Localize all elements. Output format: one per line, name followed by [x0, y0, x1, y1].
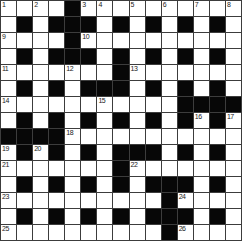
white-cell[interactable]: 18 — [65, 129, 80, 144]
white-cell[interactable]: 15 — [97, 97, 112, 112]
black-cell — [162, 177, 177, 192]
white-cell[interactable] — [33, 113, 48, 128]
black-cell — [17, 49, 32, 64]
white-cell[interactable] — [146, 65, 161, 80]
white-cell[interactable] — [81, 225, 96, 240]
white-cell[interactable] — [17, 97, 32, 112]
white-cell[interactable]: 24 — [178, 193, 193, 208]
white-cell[interactable] — [49, 225, 64, 240]
white-cell[interactable] — [97, 113, 112, 128]
clue-number: 2 — [34, 1, 37, 9]
white-cell[interactable] — [194, 193, 209, 208]
crossword-grid: 1234567891011121314151617181920212223242… — [0, 0, 242, 241]
black-cell — [130, 145, 145, 160]
black-cell — [146, 209, 161, 224]
white-cell[interactable] — [178, 161, 193, 176]
white-cell[interactable] — [81, 129, 96, 144]
white-cell[interactable] — [130, 193, 145, 208]
white-cell[interactable] — [97, 33, 112, 48]
white-cell[interactable] — [194, 33, 209, 48]
black-cell — [49, 129, 64, 144]
white-cell[interactable] — [130, 49, 145, 64]
white-cell[interactable]: 17 — [226, 113, 241, 128]
white-cell[interactable]: 11 — [1, 65, 16, 80]
white-cell[interactable] — [178, 1, 193, 16]
white-cell[interactable] — [33, 81, 48, 96]
white-cell[interactable] — [130, 129, 145, 144]
white-cell[interactable] — [49, 97, 64, 112]
black-cell — [17, 209, 32, 224]
white-cell[interactable] — [162, 129, 177, 144]
white-cell[interactable] — [146, 193, 161, 208]
white-cell[interactable] — [17, 65, 32, 80]
black-cell — [65, 33, 80, 48]
white-cell[interactable] — [226, 209, 241, 224]
white-cell[interactable] — [1, 81, 16, 96]
black-cell — [146, 81, 161, 96]
white-cell[interactable] — [17, 225, 32, 240]
white-cell[interactable] — [210, 193, 225, 208]
clue-number: 14 — [2, 97, 9, 105]
black-cell — [81, 113, 96, 128]
white-cell[interactable]: 23 — [1, 193, 16, 208]
white-cell[interactable] — [97, 49, 112, 64]
black-cell — [17, 81, 32, 96]
black-cell — [178, 81, 193, 96]
white-cell[interactable] — [194, 17, 209, 32]
white-cell[interactable] — [17, 193, 32, 208]
white-cell[interactable] — [210, 225, 225, 240]
white-cell[interactable] — [130, 17, 145, 32]
white-cell[interactable] — [65, 193, 80, 208]
white-cell[interactable] — [130, 113, 145, 128]
white-cell[interactable] — [33, 65, 48, 80]
white-cell[interactable] — [146, 225, 161, 240]
black-cell — [65, 1, 80, 16]
clue-number: 22 — [131, 161, 138, 169]
black-cell — [146, 145, 161, 160]
white-cell[interactable] — [113, 225, 128, 240]
clue-number: 18 — [66, 129, 73, 137]
black-cell — [113, 17, 128, 32]
white-cell[interactable] — [17, 161, 32, 176]
white-cell[interactable] — [97, 161, 112, 176]
black-cell — [210, 49, 225, 64]
black-cell — [113, 81, 128, 96]
white-cell[interactable] — [194, 145, 209, 160]
white-cell[interactable]: 12 — [65, 65, 80, 80]
clue-number: 1 — [2, 1, 5, 9]
white-cell[interactable] — [49, 65, 64, 80]
white-cell[interactable] — [226, 17, 241, 32]
white-cell[interactable] — [226, 129, 241, 144]
white-cell[interactable] — [49, 193, 64, 208]
white-cell[interactable] — [113, 129, 128, 144]
white-cell[interactable] — [130, 33, 145, 48]
clue-number: 8 — [227, 1, 230, 9]
clue-number: 26 — [179, 225, 186, 233]
black-cell — [146, 49, 161, 64]
black-cell — [226, 97, 241, 112]
clue-number: 17 — [227, 113, 234, 121]
white-cell[interactable] — [226, 161, 241, 176]
black-cell — [113, 209, 128, 224]
white-cell[interactable] — [81, 161, 96, 176]
white-cell[interactable] — [65, 113, 80, 128]
black-cell — [210, 17, 225, 32]
white-cell[interactable]: 8 — [226, 1, 241, 16]
black-cell — [178, 177, 193, 192]
white-cell[interactable] — [113, 193, 128, 208]
white-cell[interactable] — [49, 1, 64, 16]
black-cell — [194, 97, 209, 112]
white-cell[interactable]: 3 — [81, 1, 96, 16]
black-cell — [81, 81, 96, 96]
black-cell — [17, 17, 32, 32]
white-cell[interactable] — [65, 97, 80, 112]
white-cell[interactable] — [146, 161, 161, 176]
white-cell[interactable] — [130, 225, 145, 240]
white-cell[interactable] — [194, 65, 209, 80]
black-cell — [210, 177, 225, 192]
white-cell[interactable] — [210, 161, 225, 176]
white-cell[interactable] — [178, 33, 193, 48]
white-cell[interactable] — [210, 129, 225, 144]
clue-number: 6 — [163, 1, 166, 9]
white-cell[interactable] — [97, 177, 112, 192]
black-cell — [49, 177, 64, 192]
clue-number: 25 — [2, 225, 9, 233]
white-cell[interactable] — [65, 177, 80, 192]
white-cell[interactable]: 19 — [1, 145, 16, 160]
white-cell[interactable] — [130, 177, 145, 192]
clue-number: 11 — [2, 65, 8, 73]
white-cell[interactable]: 9 — [1, 33, 16, 48]
white-cell[interactable]: 10 — [81, 33, 96, 48]
white-cell[interactable] — [113, 97, 128, 112]
white-cell[interactable] — [97, 193, 112, 208]
white-cell[interactable] — [210, 1, 225, 16]
white-cell[interactable] — [194, 129, 209, 144]
black-cell — [49, 17, 64, 32]
white-cell[interactable] — [210, 33, 225, 48]
white-cell[interactable] — [33, 161, 48, 176]
black-cell — [97, 81, 112, 96]
black-cell — [65, 49, 80, 64]
white-cell[interactable] — [33, 193, 48, 208]
clue-number: 16 — [195, 113, 202, 121]
white-cell[interactable] — [194, 209, 209, 224]
clue-number: 7 — [195, 1, 198, 9]
white-cell[interactable] — [97, 65, 112, 80]
black-cell — [178, 17, 193, 32]
white-cell[interactable] — [1, 177, 16, 192]
white-cell[interactable] — [33, 49, 48, 64]
clue-number: 9 — [2, 33, 5, 41]
white-cell[interactable]: 7 — [194, 1, 209, 16]
white-cell[interactable] — [65, 209, 80, 224]
white-cell[interactable] — [162, 65, 177, 80]
clue-number: 4 — [98, 1, 101, 9]
white-cell[interactable] — [33, 225, 48, 240]
white-cell[interactable] — [33, 177, 48, 192]
white-cell[interactable] — [113, 33, 128, 48]
white-cell[interactable] — [194, 177, 209, 192]
white-cell[interactable] — [194, 81, 209, 96]
white-cell[interactable]: 16 — [194, 113, 209, 128]
white-cell[interactable] — [33, 17, 48, 32]
white-cell[interactable] — [81, 193, 96, 208]
white-cell[interactable] — [81, 65, 96, 80]
clue-number: 5 — [131, 1, 134, 9]
white-cell[interactable] — [178, 129, 193, 144]
white-cell[interactable] — [17, 1, 32, 16]
white-cell[interactable] — [178, 65, 193, 80]
black-cell — [81, 49, 96, 64]
white-cell[interactable] — [130, 97, 145, 112]
black-cell — [146, 113, 161, 128]
white-cell[interactable] — [130, 209, 145, 224]
white-cell[interactable] — [194, 49, 209, 64]
clue-number: 15 — [98, 97, 105, 105]
white-cell[interactable] — [65, 161, 80, 176]
black-cell — [113, 49, 128, 64]
white-cell[interactable] — [33, 33, 48, 48]
white-cell[interactable]: 26 — [178, 225, 193, 240]
black-cell — [113, 113, 128, 128]
black-cell — [81, 145, 96, 160]
black-cell — [178, 49, 193, 64]
black-cell — [49, 145, 64, 160]
black-cell — [178, 97, 193, 112]
white-cell[interactable] — [33, 209, 48, 224]
black-cell — [178, 113, 193, 128]
white-cell[interactable] — [49, 161, 64, 176]
white-cell[interactable] — [226, 193, 241, 208]
black-cell — [17, 145, 32, 160]
white-cell[interactable] — [162, 145, 177, 160]
white-cell[interactable] — [1, 209, 16, 224]
black-cell — [81, 177, 96, 192]
black-cell — [162, 193, 177, 208]
black-cell — [146, 177, 161, 192]
white-cell[interactable]: 25 — [1, 225, 16, 240]
white-cell[interactable] — [226, 145, 241, 160]
black-cell — [210, 113, 225, 128]
white-cell[interactable] — [97, 209, 112, 224]
black-cell — [146, 17, 161, 32]
white-cell[interactable] — [1, 113, 16, 128]
white-cell[interactable] — [226, 49, 241, 64]
black-cell — [113, 145, 128, 160]
white-cell[interactable] — [17, 33, 32, 48]
white-cell[interactable] — [162, 81, 177, 96]
black-cell — [65, 17, 80, 32]
clue-number: 23 — [2, 193, 9, 201]
white-cell[interactable] — [146, 1, 161, 16]
clue-number: 12 — [66, 65, 73, 73]
white-cell[interactable] — [65, 81, 80, 96]
white-cell[interactable]: 13 — [130, 65, 145, 80]
white-cell[interactable] — [81, 97, 96, 112]
black-cell — [49, 113, 64, 128]
white-cell[interactable]: 5 — [130, 1, 145, 16]
white-cell[interactable] — [49, 33, 64, 48]
white-cell[interactable]: 22 — [130, 161, 145, 176]
black-cell — [210, 145, 225, 160]
white-cell[interactable] — [226, 177, 241, 192]
black-cell — [1, 129, 16, 144]
clue-number: 21 — [2, 161, 9, 169]
clue-number: 20 — [34, 145, 41, 153]
white-cell[interactable] — [162, 33, 177, 48]
black-cell — [49, 209, 64, 224]
clue-number: 24 — [179, 193, 186, 201]
white-cell[interactable] — [97, 225, 112, 240]
white-cell[interactable] — [162, 49, 177, 64]
black-cell — [81, 209, 96, 224]
white-cell[interactable] — [1, 49, 16, 64]
white-cell[interactable] — [226, 81, 241, 96]
white-cell[interactable] — [210, 65, 225, 80]
white-cell[interactable]: 4 — [97, 1, 112, 16]
white-cell[interactable] — [130, 81, 145, 96]
white-cell[interactable] — [162, 113, 177, 128]
black-cell — [17, 113, 32, 128]
white-cell[interactable] — [65, 225, 80, 240]
white-cell[interactable] — [1, 17, 16, 32]
white-cell[interactable] — [97, 17, 112, 32]
black-cell — [17, 177, 32, 192]
white-cell[interactable]: 6 — [162, 1, 177, 16]
white-cell[interactable] — [162, 97, 177, 112]
white-cell[interactable]: 14 — [1, 97, 16, 112]
white-cell[interactable] — [146, 97, 161, 112]
clue-number: 3 — [82, 1, 85, 9]
white-cell[interactable]: 20 — [33, 145, 48, 160]
white-cell[interactable] — [146, 33, 161, 48]
clue-number: 10 — [82, 33, 89, 41]
black-cell — [17, 129, 32, 144]
black-cell — [33, 129, 48, 144]
white-cell[interactable] — [226, 33, 241, 48]
clue-number: 13 — [131, 65, 138, 73]
black-cell — [178, 209, 193, 224]
black-cell — [49, 49, 64, 64]
black-cell — [49, 81, 64, 96]
white-cell[interactable] — [162, 17, 177, 32]
white-cell[interactable] — [65, 145, 80, 160]
black-cell — [210, 81, 225, 96]
white-cell[interactable] — [97, 129, 112, 144]
white-cell[interactable] — [226, 65, 241, 80]
black-cell — [178, 145, 193, 160]
white-cell[interactable] — [226, 225, 241, 240]
white-cell[interactable] — [194, 161, 209, 176]
black-cell — [162, 225, 177, 240]
black-cell — [113, 65, 128, 80]
white-cell[interactable] — [113, 1, 128, 16]
white-cell[interactable]: 1 — [1, 1, 16, 16]
white-cell[interactable]: 21 — [1, 161, 16, 176]
clue-number: 19 — [2, 145, 9, 153]
white-cell[interactable] — [33, 97, 48, 112]
white-cell[interactable] — [146, 129, 161, 144]
white-cell[interactable] — [162, 161, 177, 176]
black-cell — [210, 209, 225, 224]
black-cell — [81, 17, 96, 32]
black-cell — [210, 97, 225, 112]
white-cell[interactable] — [194, 225, 209, 240]
black-cell — [113, 177, 128, 192]
white-cell[interactable] — [97, 145, 112, 160]
white-cell[interactable]: 2 — [33, 1, 48, 16]
crossword-board: 1234567891011121314151617181920212223242… — [0, 0, 242, 241]
black-cell — [162, 209, 177, 224]
black-cell — [113, 161, 128, 176]
